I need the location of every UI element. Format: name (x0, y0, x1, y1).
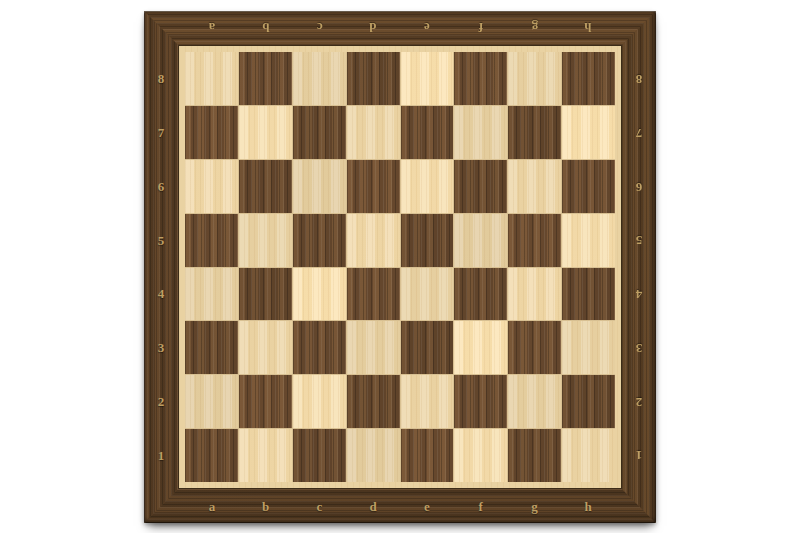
rank-label-5-left: 5 (144, 213, 178, 267)
square-c2[interactable] (293, 375, 346, 428)
square-f5[interactable] (454, 214, 507, 267)
rank-label-6-left: 6 (144, 160, 178, 214)
square-g6[interactable] (508, 160, 561, 213)
rank-label-6-right: 6 (622, 160, 656, 214)
rank-label-1-left: 1 (144, 428, 178, 482)
square-g8[interactable] (508, 52, 561, 105)
file-label-g-bottom: g (508, 489, 562, 523)
file-label-a-bottom: a (185, 489, 239, 523)
rank-label-7-left: 7 (144, 106, 178, 160)
square-b5[interactable] (239, 214, 292, 267)
file-label-d-bottom: d (346, 489, 400, 523)
square-d2[interactable] (347, 375, 400, 428)
square-h2[interactable] (562, 375, 615, 428)
file-label-c-bottom: c (293, 489, 347, 523)
square-f1[interactable] (454, 429, 507, 482)
square-e6[interactable] (401, 160, 454, 213)
square-h4[interactable] (562, 268, 615, 321)
square-h8[interactable] (562, 52, 615, 105)
square-f7[interactable] (454, 106, 507, 159)
square-d1[interactable] (347, 429, 400, 482)
rank-label-8-left: 8 (144, 52, 178, 106)
square-a2[interactable] (185, 375, 238, 428)
file-label-h-bottom: h (561, 489, 615, 523)
square-f4[interactable] (454, 268, 507, 321)
file-label-f-top: f (454, 11, 508, 45)
file-label-a-top: a (185, 11, 239, 45)
square-d4[interactable] (347, 268, 400, 321)
square-a1[interactable] (185, 429, 238, 482)
square-e2[interactable] (401, 375, 454, 428)
square-d5[interactable] (347, 214, 400, 267)
square-d3[interactable] (347, 321, 400, 374)
file-label-b-top: b (239, 11, 293, 45)
square-e4[interactable] (401, 268, 454, 321)
square-b3[interactable] (239, 321, 292, 374)
square-b4[interactable] (239, 268, 292, 321)
square-c4[interactable] (293, 268, 346, 321)
file-label-d-top: d (346, 11, 400, 45)
square-c5[interactable] (293, 214, 346, 267)
square-b2[interactable] (239, 375, 292, 428)
square-g1[interactable] (508, 429, 561, 482)
square-a3[interactable] (185, 321, 238, 374)
rank-label-8-right: 8 (622, 52, 656, 106)
rank-labels-left: 87654321 (144, 52, 178, 482)
square-e7[interactable] (401, 106, 454, 159)
square-e1[interactable] (401, 429, 454, 482)
square-f3[interactable] (454, 321, 507, 374)
rank-label-3-left: 3 (144, 321, 178, 375)
rank-label-2-right: 2 (622, 375, 656, 429)
square-a4[interactable] (185, 268, 238, 321)
square-b1[interactable] (239, 429, 292, 482)
square-d7[interactable] (347, 106, 400, 159)
square-g4[interactable] (508, 268, 561, 321)
square-a5[interactable] (185, 214, 238, 267)
file-label-f-bottom: f (454, 489, 508, 523)
file-labels-top: abcdefgh (185, 11, 615, 45)
screenshot-canvas: abcdefgh abcdefgh 87654321 87654321 (0, 0, 800, 533)
square-e5[interactable] (401, 214, 454, 267)
square-f2[interactable] (454, 375, 507, 428)
file-label-e-bottom: e (400, 489, 454, 523)
file-label-h-top: h (561, 11, 615, 45)
square-b7[interactable] (239, 106, 292, 159)
square-g5[interactable] (508, 214, 561, 267)
square-h1[interactable] (562, 429, 615, 482)
rank-label-3-right: 3 (622, 321, 656, 375)
square-e3[interactable] (401, 321, 454, 374)
file-label-g-top: g (508, 11, 562, 45)
rank-label-2-left: 2 (144, 375, 178, 429)
square-h7[interactable] (562, 106, 615, 159)
square-f6[interactable] (454, 160, 507, 213)
rank-label-7-right: 7 (622, 106, 656, 160)
square-h5[interactable] (562, 214, 615, 267)
square-c1[interactable] (293, 429, 346, 482)
square-a6[interactable] (185, 160, 238, 213)
square-h3[interactable] (562, 321, 615, 374)
square-e8[interactable] (401, 52, 454, 105)
square-b8[interactable] (239, 52, 292, 105)
rank-label-4-right: 4 (622, 267, 656, 321)
rank-labels-right: 87654321 (622, 52, 656, 482)
square-g3[interactable] (508, 321, 561, 374)
square-g2[interactable] (508, 375, 561, 428)
square-c8[interactable] (293, 52, 346, 105)
square-d8[interactable] (347, 52, 400, 105)
rank-label-1-right: 1 (622, 428, 656, 482)
file-label-b-bottom: b (239, 489, 293, 523)
board-border-strip (178, 45, 622, 489)
file-label-c-top: c (293, 11, 347, 45)
rank-label-4-left: 4 (144, 267, 178, 321)
file-labels-bottom: abcdefgh (185, 489, 615, 523)
chess-board: abcdefgh abcdefgh 87654321 87654321 (144, 11, 656, 523)
board-grid (185, 52, 615, 482)
square-f8[interactable] (454, 52, 507, 105)
square-g7[interactable] (508, 106, 561, 159)
square-d6[interactable] (347, 160, 400, 213)
square-a7[interactable] (185, 106, 238, 159)
square-a8[interactable] (185, 52, 238, 105)
rank-label-5-right: 5 (622, 213, 656, 267)
square-b6[interactable] (239, 160, 292, 213)
square-c6[interactable] (293, 160, 346, 213)
square-c3[interactable] (293, 321, 346, 374)
square-c7[interactable] (293, 106, 346, 159)
file-label-e-top: e (400, 11, 454, 45)
square-h6[interactable] (562, 160, 615, 213)
